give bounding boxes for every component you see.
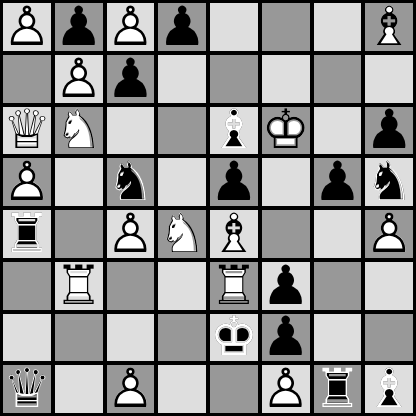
piece-black-pawn[interactable]: ♟	[210, 158, 258, 206]
square-a6[interactable]: ♛♕	[3, 107, 51, 155]
square-h6[interactable]: ♟	[365, 107, 413, 155]
square-f2[interactable]: ♟	[262, 314, 310, 362]
square-a8[interactable]: ♟♙	[3, 3, 51, 51]
square-e8[interactable]	[210, 3, 258, 51]
square-b8[interactable]: ♟	[55, 3, 103, 51]
black-pawn-icon: ♟	[210, 158, 258, 206]
piece-black-knight[interactable]: ♞♘	[365, 158, 413, 206]
square-b7[interactable]: ♟♙	[55, 55, 103, 103]
white-queen-outline-icon: ♕	[3, 107, 51, 155]
black-knight-outline-icon: ♘	[365, 158, 413, 206]
square-c7[interactable]: ♟	[107, 55, 155, 103]
square-h1[interactable]: ♝♗	[365, 365, 413, 413]
white-rook-outline-icon: ♖	[210, 262, 258, 310]
white-pawn-outline-icon: ♙	[365, 210, 413, 258]
square-c3[interactable]	[107, 262, 155, 310]
piece-white-rook[interactable]: ♜♖	[210, 262, 258, 310]
white-pawn-outline-icon: ♙	[3, 3, 51, 51]
chess-board: ♟♙♟♟♙♟♝♗♟♙♟♛♕♞♘♝♗♚♔♟♟♙♞♘♟♟♞♘♜♖♟♙♞♘♝♗♟♙♜♖…	[0, 0, 416, 416]
black-pawn-icon: ♟	[365, 107, 413, 155]
square-f1[interactable]: ♟♙	[262, 365, 310, 413]
square-f6[interactable]: ♚♔	[262, 107, 310, 155]
square-c2[interactable]	[107, 314, 155, 362]
piece-black-pawn[interactable]: ♟	[314, 158, 362, 206]
piece-white-queen[interactable]: ♛♕	[3, 107, 51, 155]
square-g2[interactable]	[314, 314, 362, 362]
black-pawn-icon: ♟	[55, 3, 103, 51]
piece-black-bishop[interactable]: ♝♗	[365, 365, 413, 413]
black-pawn-icon: ♟	[158, 3, 206, 51]
square-b2[interactable]	[55, 314, 103, 362]
white-pawn-outline-icon: ♙	[3, 158, 51, 206]
white-pawn-outline-icon: ♙	[262, 365, 310, 413]
square-h4[interactable]: ♟♙	[365, 210, 413, 258]
black-rook-outline-icon: ♖	[3, 210, 51, 258]
black-knight-outline-icon: ♘	[107, 158, 155, 206]
square-d6[interactable]	[158, 107, 206, 155]
square-b4[interactable]	[55, 210, 103, 258]
piece-white-pawn[interactable]: ♟♙	[107, 210, 155, 258]
square-d5[interactable]	[158, 158, 206, 206]
square-d8[interactable]: ♟	[158, 3, 206, 51]
piece-black-pawn[interactable]: ♟	[107, 55, 155, 103]
black-bishop-outline-icon: ♗	[365, 365, 413, 413]
piece-black-bishop[interactable]: ♝♗	[210, 107, 258, 155]
square-g7[interactable]	[314, 55, 362, 103]
piece-white-bishop[interactable]: ♝♗	[365, 3, 413, 51]
square-g5[interactable]: ♟	[314, 158, 362, 206]
square-f3[interactable]: ♟	[262, 262, 310, 310]
square-g8[interactable]	[314, 3, 362, 51]
white-pawn-outline-icon: ♙	[107, 365, 155, 413]
square-g1[interactable]: ♜♖	[314, 365, 362, 413]
square-d2[interactable]	[158, 314, 206, 362]
piece-white-pawn[interactable]: ♟♙	[107, 365, 155, 413]
square-e5[interactable]: ♟	[210, 158, 258, 206]
square-c8[interactable]: ♟♙	[107, 3, 155, 51]
square-f8[interactable]	[262, 3, 310, 51]
black-king-outline-icon: ♔	[210, 314, 258, 362]
piece-white-knight[interactable]: ♞♘	[158, 210, 206, 258]
square-e6[interactable]: ♝♗	[210, 107, 258, 155]
piece-white-pawn[interactable]: ♟♙	[3, 3, 51, 51]
black-pawn-icon: ♟	[262, 314, 310, 362]
black-pawn-icon: ♟	[107, 55, 155, 103]
square-e2[interactable]: ♚♔	[210, 314, 258, 362]
square-c1[interactable]: ♟♙	[107, 365, 155, 413]
square-h5[interactable]: ♞♘	[365, 158, 413, 206]
piece-black-queen[interactable]: ♛♕	[3, 365, 51, 413]
square-a4[interactable]: ♜♖	[3, 210, 51, 258]
square-a2[interactable]	[3, 314, 51, 362]
square-c5[interactable]: ♞♘	[107, 158, 155, 206]
square-d3[interactable]	[158, 262, 206, 310]
piece-black-knight[interactable]: ♞♘	[107, 158, 155, 206]
piece-white-pawn[interactable]: ♟♙	[262, 365, 310, 413]
white-rook-outline-icon: ♖	[55, 262, 103, 310]
white-pawn-outline-icon: ♙	[55, 55, 103, 103]
piece-black-pawn[interactable]: ♟	[262, 314, 310, 362]
white-pawn-outline-icon: ♙	[107, 3, 155, 51]
square-b5[interactable]	[55, 158, 103, 206]
piece-black-pawn[interactable]: ♟	[262, 262, 310, 310]
white-knight-outline-icon: ♘	[55, 107, 103, 155]
square-b6[interactable]: ♞♘	[55, 107, 103, 155]
white-king-outline-icon: ♔	[262, 107, 310, 155]
square-f5[interactable]	[262, 158, 310, 206]
piece-black-pawn[interactable]: ♟	[55, 3, 103, 51]
piece-black-pawn[interactable]: ♟	[158, 3, 206, 51]
piece-white-rook[interactable]: ♜♖	[55, 262, 103, 310]
square-e4[interactable]: ♝♗	[210, 210, 258, 258]
square-a7[interactable]	[3, 55, 51, 103]
square-e7[interactable]	[210, 55, 258, 103]
piece-white-king[interactable]: ♚♔	[262, 107, 310, 155]
piece-white-knight[interactable]: ♞♘	[55, 107, 103, 155]
square-e1[interactable]	[210, 365, 258, 413]
black-rook-outline-icon: ♖	[314, 365, 362, 413]
square-e3[interactable]: ♜♖	[210, 262, 258, 310]
square-c4[interactable]: ♟♙	[107, 210, 155, 258]
piece-white-pawn[interactable]: ♟♙	[365, 210, 413, 258]
piece-black-pawn[interactable]: ♟	[365, 107, 413, 155]
white-pawn-outline-icon: ♙	[107, 210, 155, 258]
square-d4[interactable]: ♞♘	[158, 210, 206, 258]
piece-black-king[interactable]: ♚♔	[210, 314, 258, 362]
square-b3[interactable]: ♜♖	[55, 262, 103, 310]
square-f4[interactable]	[262, 210, 310, 258]
square-d7[interactable]	[158, 55, 206, 103]
white-bishop-outline-icon: ♗	[365, 3, 413, 51]
black-pawn-icon: ♟	[314, 158, 362, 206]
square-g6[interactable]	[314, 107, 362, 155]
black-queen-outline-icon: ♕	[3, 365, 51, 413]
square-g3[interactable]	[314, 262, 362, 310]
piece-white-pawn[interactable]: ♟♙	[3, 158, 51, 206]
square-c6[interactable]	[107, 107, 155, 155]
square-h3[interactable]	[365, 262, 413, 310]
piece-white-pawn[interactable]: ♟♙	[55, 55, 103, 103]
square-a1[interactable]: ♛♕	[3, 365, 51, 413]
piece-black-rook[interactable]: ♜♖	[3, 210, 51, 258]
white-knight-outline-icon: ♘	[158, 210, 206, 258]
square-h2[interactable]	[365, 314, 413, 362]
black-pawn-icon: ♟	[262, 262, 310, 310]
square-d1[interactable]	[158, 365, 206, 413]
square-a3[interactable]	[3, 262, 51, 310]
square-h8[interactable]: ♝♗	[365, 3, 413, 51]
black-bishop-outline-icon: ♗	[210, 107, 258, 155]
piece-black-rook[interactable]: ♜♖	[314, 365, 362, 413]
square-f7[interactable]	[262, 55, 310, 103]
piece-white-pawn[interactable]: ♟♙	[107, 3, 155, 51]
square-h7[interactable]	[365, 55, 413, 103]
piece-white-bishop[interactable]: ♝♗	[210, 210, 258, 258]
square-b1[interactable]	[55, 365, 103, 413]
white-bishop-outline-icon: ♗	[210, 210, 258, 258]
square-a5[interactable]: ♟♙	[3, 158, 51, 206]
square-g4[interactable]	[314, 210, 362, 258]
